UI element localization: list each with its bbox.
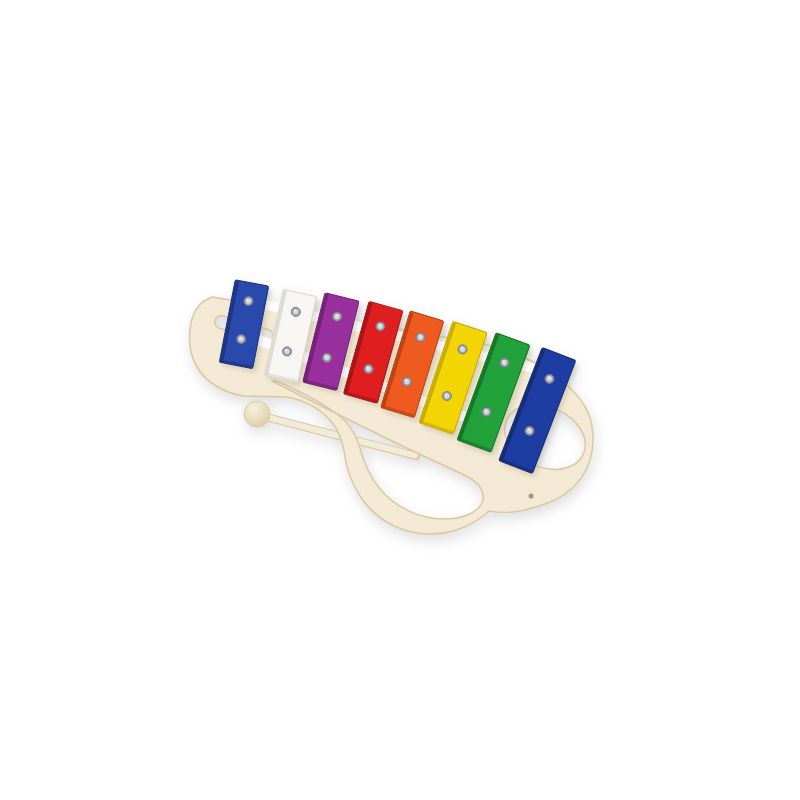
product-photo-canvas — [0, 0, 800, 800]
xylophone — [190, 280, 593, 534]
mallet-ball — [244, 401, 270, 427]
pin-hole — [529, 494, 534, 499]
xylophone-illustration — [0, 0, 800, 800]
